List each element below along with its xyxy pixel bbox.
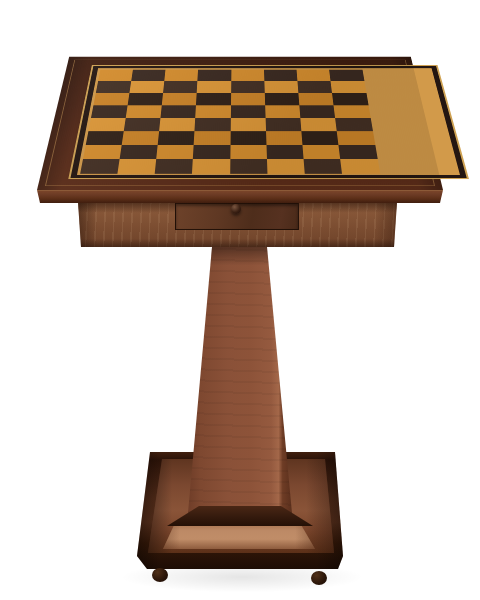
plinth-salmon-step [163,523,315,549]
square-d2 [193,145,230,159]
square-b3 [122,131,160,145]
square-a3 [85,131,123,145]
stringing-inlay-outer [68,65,469,179]
square-d8 [198,69,231,81]
tabletop-front-edge [37,190,443,204]
square-f1 [267,159,305,174]
square-e2 [230,145,267,159]
square-g4 [300,118,337,131]
square-b7 [129,81,164,93]
square-f6 [265,93,300,105]
square-g6 [298,93,333,105]
square-c3 [158,131,195,145]
right-bun-foot [311,571,327,585]
square-e7 [231,81,265,93]
square-c7 [163,81,198,93]
square-c1 [155,159,193,174]
square-h5 [334,105,371,118]
square-d4 [195,118,231,131]
stringing-inlay-gap [70,66,466,178]
square-f7 [264,81,298,93]
square-g7 [297,81,332,93]
square-f5 [265,105,300,118]
square-c4 [159,118,195,131]
square-b6 [127,93,163,105]
square-b5 [125,105,161,118]
chessboard [80,69,380,173]
square-d5 [195,105,230,118]
square-f4 [265,118,301,131]
square-g5 [299,105,335,118]
square-a2 [83,145,122,159]
square-c8 [164,69,198,81]
square-c6 [162,93,197,105]
square-b1 [117,159,156,174]
square-b8 [131,69,165,81]
square-a1 [80,159,120,174]
apron [78,202,397,247]
square-a8 [98,69,133,81]
left-bun-foot [152,568,168,582]
square-h3 [337,131,375,145]
square-f3 [266,131,303,145]
square-a5 [91,105,128,118]
square-g8 [297,69,331,81]
pedestal-column [188,247,292,513]
square-h2 [339,145,378,159]
square-h1 [340,159,379,174]
square-e3 [230,131,266,145]
square-a4 [88,118,126,131]
square-c2 [156,145,194,159]
square-d3 [194,131,230,145]
square-g2 [302,145,340,159]
square-g3 [301,131,338,145]
drawer-knob-icon [231,204,241,214]
square-a6 [93,93,129,105]
square-c5 [160,105,196,118]
stringing-inlay-inner [77,68,460,174]
square-e5 [230,105,265,118]
square-f8 [264,69,298,81]
square-d7 [197,81,231,93]
chess-table-photo [0,0,480,600]
square-a7 [95,81,131,93]
square-h6 [332,93,368,105]
square-b2 [119,145,157,159]
square-h8 [329,69,364,81]
tabletop [37,57,443,190]
square-d1 [192,159,230,174]
square-g1 [304,159,343,174]
square-e8 [231,69,264,81]
square-d6 [196,93,231,105]
square-h4 [335,118,372,131]
square-e1 [230,159,267,174]
square-h7 [331,81,366,93]
square-e6 [231,93,265,105]
square-b4 [124,118,161,131]
square-f2 [266,145,303,159]
square-e4 [230,118,266,131]
